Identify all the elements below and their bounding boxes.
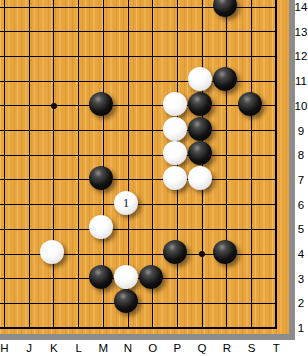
row-label-10: 10 [294, 99, 308, 113]
stone-black-M3[interactable] [89, 265, 113, 289]
stone-white-Q11[interactable] [188, 67, 212, 91]
grid-line-vertical-J [29, 0, 30, 329]
stone-black-R4[interactable] [213, 240, 237, 264]
column-label-T: T [267, 341, 285, 356]
go-app-window: 1 HJKLMNOPQRST1413121110987654321 [0, 0, 308, 356]
grid-line-horizontal-2 [0, 303, 277, 304]
column-label-N: N [119, 341, 137, 356]
row-label-9: 9 [294, 124, 308, 138]
row-label-4: 4 [294, 247, 308, 261]
column-label-Q: Q [193, 341, 211, 356]
row-label-2: 2 [294, 296, 308, 310]
row-label-5: 5 [294, 222, 308, 236]
stone-black-R11[interactable] [213, 67, 237, 91]
star-point-K10 [51, 103, 57, 109]
column-label-S: S [243, 341, 261, 356]
column-label-J: J [20, 341, 38, 356]
grid-line-vertical-K [53, 0, 54, 329]
row-label-1: 1 [294, 321, 308, 335]
stone-white-Q7[interactable] [188, 166, 212, 190]
board-edge-shadow-bottom [0, 334, 295, 340]
column-label-K: K [45, 341, 63, 356]
stone-black-Q8[interactable] [188, 141, 212, 165]
grid-line-vertical-R [226, 0, 227, 329]
stone-white-P10[interactable] [163, 92, 187, 116]
grid-line-horizontal-5 [0, 229, 277, 230]
grid-line-vertical-L [78, 0, 79, 329]
stone-white-M5[interactable] [89, 215, 113, 239]
row-label-12: 12 [294, 49, 308, 63]
row-label-13: 13 [294, 25, 308, 39]
row-label-14: 14 [294, 0, 308, 14]
stone-black-N2[interactable] [114, 289, 138, 313]
star-point-Q4 [199, 251, 205, 257]
column-label-L: L [70, 341, 88, 356]
stone-black-S10[interactable] [238, 92, 262, 116]
grid-line-horizontal-10 [0, 105, 277, 106]
grid-line-horizontal-1 [0, 327, 277, 329]
grid-line-horizontal-12 [0, 56, 277, 57]
stone-black-M7[interactable] [89, 166, 113, 190]
stone-white-P8[interactable] [163, 141, 187, 165]
grid-line-horizontal-6 [0, 204, 277, 205]
stone-white-P9[interactable] [163, 117, 187, 141]
column-label-M: M [94, 341, 112, 356]
stone-white-N6[interactable]: 1 [114, 191, 138, 215]
stone-black-M10[interactable] [89, 92, 113, 116]
column-label-O: O [144, 341, 162, 356]
grid-line-vertical-T [275, 0, 277, 329]
grid-line-horizontal-9 [0, 130, 277, 131]
stone-black-Q10[interactable] [188, 92, 212, 116]
stone-black-O3[interactable] [139, 265, 163, 289]
grid-line-horizontal-8 [0, 155, 277, 156]
stone-white-P7[interactable] [163, 166, 187, 190]
grid-line-horizontal-13 [0, 31, 277, 32]
stone-white-N3[interactable] [114, 265, 138, 289]
row-label-3: 3 [294, 272, 308, 286]
row-label-6: 6 [294, 198, 308, 212]
stone-white-K4[interactable] [40, 240, 64, 264]
stone-black-P4[interactable] [163, 240, 187, 264]
stone-black-Q9[interactable] [188, 117, 212, 141]
grid-line-vertical-H [4, 0, 5, 329]
go-board[interactable]: 1 [0, 0, 289, 334]
grid-line-vertical-S [251, 0, 252, 329]
column-label-H: H [0, 341, 14, 356]
row-label-7: 7 [294, 173, 308, 187]
stone-black-R14[interactable] [213, 0, 237, 17]
row-label-8: 8 [294, 148, 308, 162]
grid-line-horizontal-7 [0, 179, 277, 180]
column-label-P: P [168, 341, 186, 356]
move-number-label-N6: 1 [114, 191, 138, 215]
row-label-11: 11 [294, 74, 308, 88]
column-label-R: R [218, 341, 236, 356]
